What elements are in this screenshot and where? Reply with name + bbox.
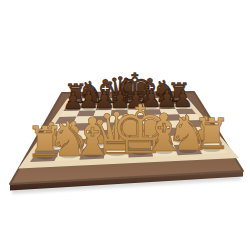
chess-board: ♜♞♝♛♚♝♞♜♟♟♟♟♟♟♟♟♟♟♟♟♟♟♟♟♜♞♝♛♚♝♞♜ xyxy=(0,0,250,250)
chess-set-photo: ♜♞♝♛♚♝♞♜♟♟♟♟♟♟♟♟♟♟♟♟♟♟♟♟♜♞♝♛♚♝♞♜ xyxy=(0,0,250,250)
pieces: ♜♞♝♛♚♝♞♜♟♟♟♟♟♟♟♟♟♟♟♟♟♟♟♟♜♞♝♛♚♝♞♜ xyxy=(26,65,231,169)
piece-white-rook: ♜ xyxy=(193,109,231,159)
